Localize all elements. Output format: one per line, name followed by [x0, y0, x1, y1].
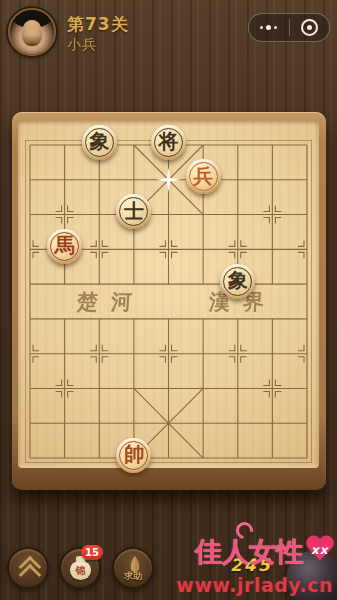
tip-bag-button[interactable]: 锦 15 [59, 547, 101, 589]
piece-将-black[interactable]: 将 [151, 125, 186, 160]
money-bag-icon: 锦 [70, 561, 91, 580]
ask-help-button[interactable]: 求助 [112, 547, 154, 589]
tip-count-badge: 15 [81, 545, 103, 560]
level-difficulty: 小兵 [67, 36, 97, 54]
piece-象-black[interactable]: 象 [82, 125, 117, 160]
watermark-swirl-icon [233, 519, 257, 543]
coin-count: 245 [230, 555, 272, 575]
more-button[interactable] [249, 14, 289, 41]
target-icon [301, 19, 318, 36]
expand-button[interactable] [7, 547, 49, 589]
piece-兵-red[interactable]: 兵 [186, 159, 221, 194]
river-label-left: 楚河 [63, 289, 146, 315]
app-screen: 第73关 小兵 楚河 漢界 象将兵士馬象帥 锦 15 求助 245 [0, 0, 337, 600]
piece-帥-red[interactable]: 帥 [116, 438, 151, 473]
dark-piece-sphere [286, 550, 337, 600]
wechat-capsule [248, 13, 330, 42]
piece-象-black[interactable]: 象 [220, 264, 255, 299]
help-label: 求助 [114, 570, 152, 583]
close-minimize-button[interactable] [290, 14, 330, 41]
more-dots-icon [260, 25, 277, 30]
level-title: 第73关 [67, 13, 129, 36]
piece-馬-red[interactable]: 馬 [47, 229, 82, 264]
player-avatar[interactable] [8, 8, 56, 56]
